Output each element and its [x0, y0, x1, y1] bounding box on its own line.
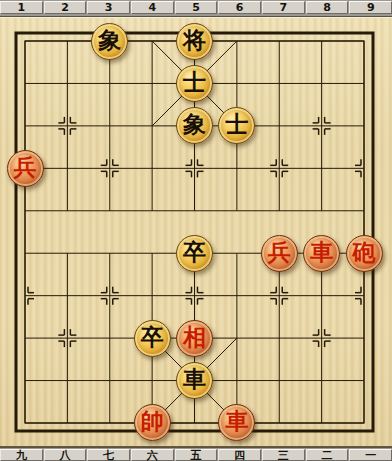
piece-red-general[interactable]: 帥 — [134, 404, 171, 441]
top-file-labels: 123456789 — [0, 0, 392, 17]
file-label-top-8: 8 — [306, 1, 349, 14]
piece-red-soldier[interactable]: 兵 — [7, 150, 44, 187]
piece-red-soldier[interactable]: 兵 — [261, 235, 298, 272]
piece-red-elephant[interactable]: 相 — [176, 320, 213, 357]
piece-black-soldier[interactable]: 卒 — [176, 235, 213, 272]
file-label-bottom-7: 三 — [262, 449, 305, 461]
piece-glyph: 砲 — [353, 241, 376, 264]
piece-black-chariot[interactable]: 車 — [176, 362, 213, 399]
piece-red-chariot[interactable]: 車 — [303, 235, 340, 272]
file-label-top-9: 9 — [349, 1, 392, 14]
piece-glyph: 帥 — [141, 410, 164, 433]
piece-glyph: 象 — [183, 113, 206, 136]
file-label-bottom-4: 六 — [131, 449, 174, 461]
file-label-top-2: 2 — [44, 1, 87, 14]
xiangqi-board[interactable]: 象将士象士兵卒兵車砲卒相車帥車 — [0, 17, 392, 447]
piece-black-soldier[interactable]: 卒 — [134, 320, 171, 357]
piece-glyph: 象 — [98, 29, 121, 52]
piece-glyph: 将 — [183, 29, 206, 52]
file-label-bottom-6: 四 — [218, 449, 261, 461]
bottom-file-labels: 九八七六五四三二一 — [0, 447, 392, 461]
piece-glyph: 兵 — [14, 156, 37, 179]
piece-red-cannon[interactable]: 砲 — [346, 235, 383, 272]
piece-black-advisor[interactable]: 士 — [176, 65, 213, 102]
file-label-top-6: 6 — [218, 1, 261, 14]
file-label-bottom-9: 一 — [349, 449, 392, 461]
file-label-top-4: 4 — [131, 1, 174, 14]
piece-glyph: 兵 — [268, 241, 291, 264]
file-label-top-1: 1 — [0, 1, 43, 14]
file-label-top-3: 3 — [87, 1, 130, 14]
piece-black-elephant[interactable]: 象 — [91, 23, 128, 60]
file-label-bottom-3: 七 — [87, 449, 130, 461]
file-label-bottom-5: 五 — [175, 449, 218, 461]
file-label-bottom-2: 八 — [44, 449, 87, 461]
file-label-bottom-8: 二 — [306, 449, 349, 461]
file-label-top-5: 5 — [175, 1, 218, 14]
piece-glyph: 相 — [183, 326, 206, 349]
piece-glyph: 車 — [310, 241, 333, 264]
piece-glyph: 車 — [183, 368, 206, 391]
piece-glyph: 士 — [225, 113, 248, 136]
piece-glyph: 卒 — [141, 326, 164, 349]
file-label-top-7: 7 — [262, 1, 305, 14]
piece-glyph: 車 — [225, 410, 248, 433]
piece-glyph: 卒 — [183, 241, 206, 264]
file-label-bottom-1: 九 — [0, 449, 43, 461]
piece-black-general[interactable]: 将 — [176, 23, 213, 60]
piece-glyph: 士 — [183, 71, 206, 94]
